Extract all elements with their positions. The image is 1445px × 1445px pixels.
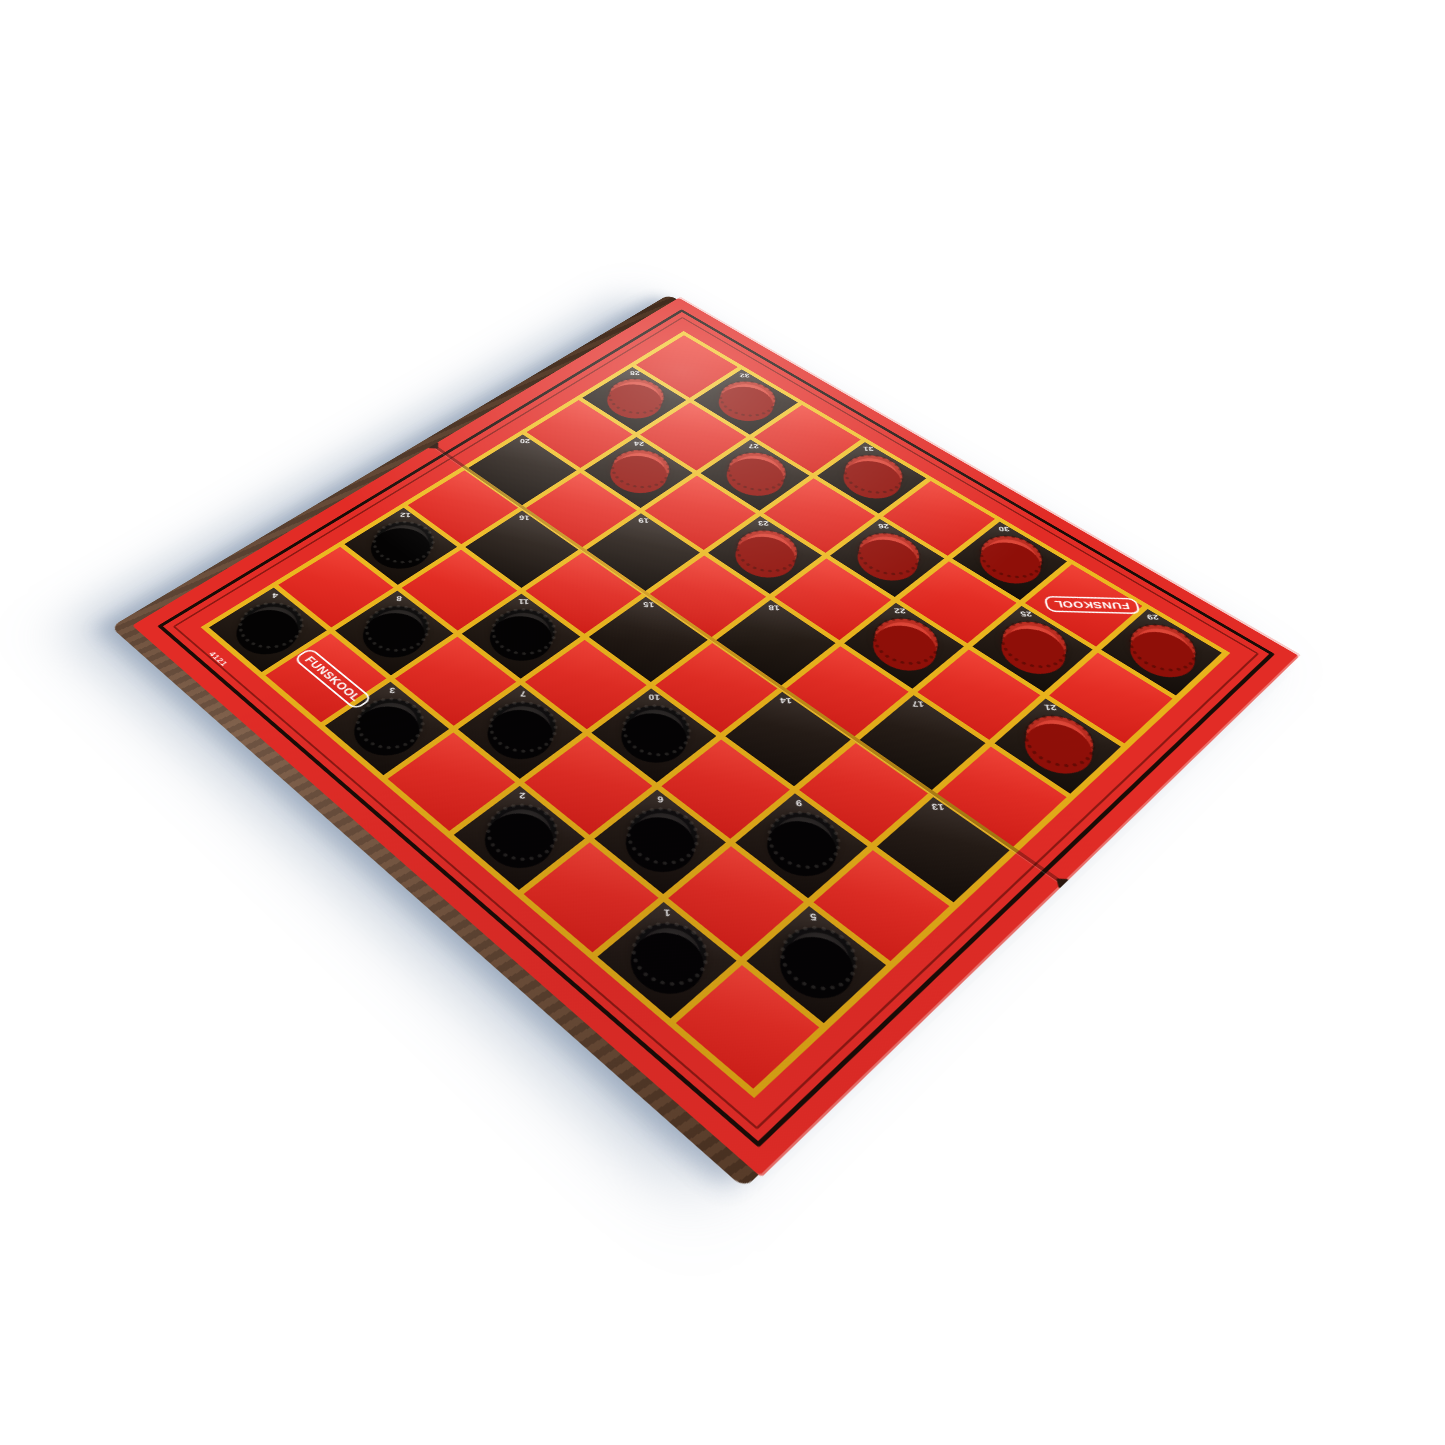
square-number: 2 bbox=[513, 791, 533, 801]
square-number: 7 bbox=[514, 690, 533, 699]
square-number: 27 bbox=[745, 443, 762, 450]
square-number: 11 bbox=[515, 598, 533, 606]
square-number: 12 bbox=[397, 511, 414, 518]
square-number: 9 bbox=[788, 798, 809, 808]
square-number: 24 bbox=[631, 440, 648, 447]
square-number: 30 bbox=[995, 525, 1014, 532]
square-number: 26 bbox=[874, 523, 892, 530]
square-number: 5 bbox=[802, 912, 824, 923]
square-number: 17 bbox=[908, 700, 928, 709]
square-number: 6 bbox=[650, 795, 670, 805]
photo-stage: 3231302928272625242322212019181716151413… bbox=[0, 0, 1445, 1445]
board-perspective-wrapper: 3231302928272625242322212019181716151413… bbox=[242, 228, 1182, 1052]
square-number: 32 bbox=[736, 373, 752, 379]
square-number: 22 bbox=[890, 607, 909, 615]
square-number: 8 bbox=[390, 595, 408, 603]
square-number: 3 bbox=[383, 686, 402, 695]
square-number: 31 bbox=[860, 446, 878, 453]
square-number: 28 bbox=[627, 370, 643, 376]
square-number: 20 bbox=[517, 438, 533, 445]
square-number: 16 bbox=[516, 514, 533, 521]
square-number: 23 bbox=[754, 520, 772, 527]
board-face: 3231302928272625242322212019181716151413… bbox=[132, 297, 1301, 1178]
board-grid: 3231302928272625242322212019181716151413… bbox=[201, 331, 1231, 1098]
square-number: 10 bbox=[645, 693, 664, 702]
checkers-board: 3231302928272625242322212019181716151413… bbox=[132, 297, 1301, 1178]
square-number: 21 bbox=[1040, 703, 1061, 712]
funskool-logo-right: FUNSKOOL bbox=[1043, 596, 1141, 614]
fold-notch-right bbox=[1056, 879, 1070, 888]
square-number: 4 bbox=[266, 592, 285, 600]
square-number: 25 bbox=[1016, 610, 1036, 618]
square-number: 1 bbox=[657, 908, 678, 919]
square-number: 18 bbox=[765, 604, 784, 612]
square-number: 19 bbox=[635, 517, 652, 524]
square-number: 29 bbox=[1143, 613, 1163, 621]
